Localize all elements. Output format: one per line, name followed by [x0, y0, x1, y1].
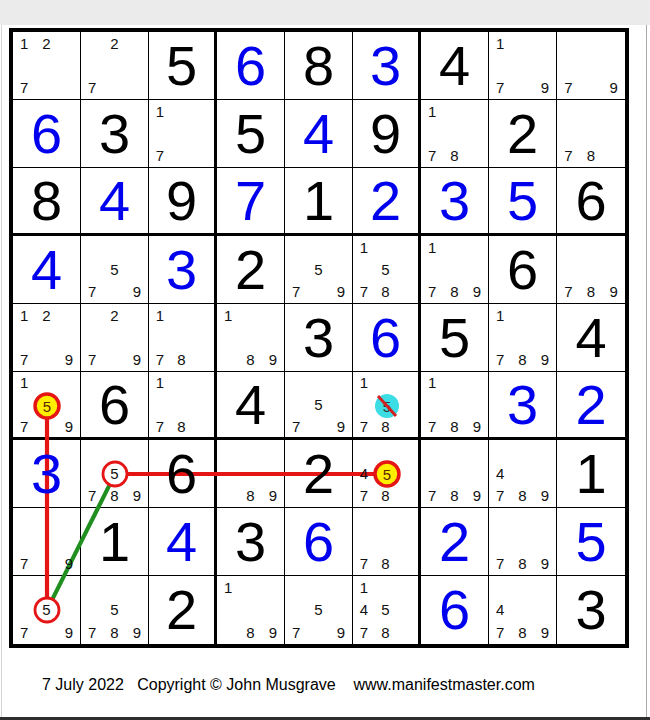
- cell-r8c8[interactable]: 789: [489, 508, 557, 576]
- candidate-8: 8: [239, 485, 261, 507]
- candidate-8: 8: [375, 485, 397, 507]
- solved-digit: 3: [31, 446, 62, 502]
- cell-r1c5[interactable]: 8: [285, 32, 353, 100]
- cell-r1c9[interactable]: 79: [557, 32, 625, 100]
- candidate-7: 7: [353, 281, 375, 303]
- solved-digit: 3: [166, 242, 197, 298]
- candidate-5: 5: [103, 258, 125, 280]
- candidate-1: 1: [353, 576, 375, 599]
- candidate-grid: 579: [285, 372, 352, 437]
- cell-r6c3[interactable]: 178: [149, 372, 217, 440]
- cell-r3c7[interactable]: 3: [421, 168, 489, 236]
- given-digit: 6: [507, 242, 538, 298]
- candidate-grid: 127: [13, 32, 80, 99]
- candidate-5: 5: [307, 258, 329, 280]
- given-digit: 8: [303, 38, 334, 94]
- cell-r8c3[interactable]: 4: [149, 508, 217, 576]
- cell-r2c9[interactable]: 78: [557, 100, 625, 168]
- given-digit: 6: [575, 173, 606, 229]
- candidate-1: 1: [217, 304, 239, 326]
- candidate-grid: 14578: [353, 576, 418, 644]
- candidate-7: 7: [13, 415, 35, 437]
- cell-r6c9[interactable]: 2: [557, 372, 625, 440]
- candidate-grid: 1789: [421, 236, 488, 303]
- candidate-grid: 78: [353, 508, 418, 575]
- candidate-grid: 79: [557, 32, 625, 99]
- cell-r1c2[interactable]: 27: [81, 32, 149, 100]
- candidate-9: 9: [126, 349, 148, 371]
- cell-r7c3[interactable]: 6: [149, 440, 217, 508]
- cell-r7c7[interactable]: 789: [421, 440, 489, 508]
- candidate-4: 4: [489, 599, 511, 622]
- cell-r1c1[interactable]: 127: [13, 32, 81, 100]
- solved-digit: 7: [235, 173, 266, 229]
- candidate-7: 7: [557, 145, 580, 167]
- given-digit: 2: [235, 242, 266, 298]
- cell-r6c2[interactable]: 6: [81, 372, 149, 440]
- candidate-7: 7: [489, 621, 511, 644]
- candidate-grid: 189: [217, 576, 284, 644]
- candidate-9: 9: [466, 485, 488, 507]
- candidate-7: 7: [149, 145, 171, 167]
- candidate-9: 9: [126, 281, 148, 303]
- candidate-7: 7: [489, 485, 511, 507]
- candidate-9: 9: [534, 621, 556, 644]
- cell-r7c6[interactable]: 4578: [353, 440, 421, 508]
- solved-digit: 2: [575, 377, 606, 433]
- cell-r3c3[interactable]: 9: [149, 168, 217, 236]
- candidate-grid: 279: [81, 304, 148, 371]
- given-digit: 2: [166, 582, 197, 638]
- candidate-9: 9: [58, 621, 80, 644]
- candidate-9: 9: [534, 553, 556, 575]
- candidate-8: 8: [375, 415, 397, 437]
- candidate-7: 7: [149, 415, 171, 437]
- cell-r5c1[interactable]: 1279: [13, 304, 81, 372]
- candidate-1: 1: [353, 236, 375, 258]
- cell-r9c2[interactable]: 5789: [81, 576, 149, 644]
- cell-r3c8[interactable]: 5: [489, 168, 557, 236]
- solved-digit: 6: [31, 106, 62, 162]
- cell-r7c1[interactable]: 3: [13, 440, 81, 508]
- solved-digit: 4: [99, 173, 130, 229]
- given-digit: 3: [575, 582, 606, 638]
- cell-r8c5[interactable]: 6: [285, 508, 353, 576]
- candidate-8: 8: [103, 485, 125, 507]
- cell-r7c9[interactable]: 1: [557, 440, 625, 508]
- cell-r6c6[interactable]: 1578: [353, 372, 421, 440]
- cell-r1c3[interactable]: 5: [149, 32, 217, 100]
- solved-digit: 4: [31, 242, 62, 298]
- given-digit: 2: [303, 446, 334, 502]
- solved-digit: 6: [370, 310, 401, 366]
- candidate-5: 5: [375, 462, 397, 484]
- candidate-1: 1: [149, 304, 171, 326]
- solved-digit: 6: [439, 582, 470, 638]
- candidate-7: 7: [285, 415, 307, 437]
- cell-r8c6[interactable]: 78: [353, 508, 421, 576]
- cell-r3c4[interactable]: 7: [217, 168, 285, 236]
- given-digit: 5: [235, 106, 266, 162]
- cell-r5c2[interactable]: 279: [81, 304, 149, 372]
- candidate-2: 2: [35, 304, 57, 326]
- candidate-7: 7: [285, 281, 307, 303]
- given-digit: 9: [370, 106, 401, 162]
- candidate-7: 7: [149, 349, 171, 371]
- cell-r4c8[interactable]: 6: [489, 236, 557, 304]
- candidate-8: 8: [580, 281, 603, 303]
- candidate-5: 5: [35, 599, 57, 622]
- cell-r4c5[interactable]: 579: [285, 236, 353, 304]
- candidate-1: 1: [217, 576, 239, 599]
- candidate-grid: 579: [285, 576, 352, 644]
- candidate-5: 5: [375, 258, 397, 280]
- cell-r6c8[interactable]: 3: [489, 372, 557, 440]
- cell-r2c6[interactable]: 9: [353, 100, 421, 168]
- candidate-8: 8: [443, 415, 465, 437]
- candidate-grid: 789: [557, 236, 625, 303]
- cell-r6c7[interactable]: 1789: [421, 372, 489, 440]
- candidate-grid: 5789: [81, 576, 148, 644]
- cell-r3c1[interactable]: 8: [13, 168, 81, 236]
- candidate-8: 8: [511, 485, 533, 507]
- candidate-9: 9: [262, 621, 284, 644]
- candidate-9: 9: [262, 349, 284, 371]
- candidate-grid: 1789: [421, 372, 488, 437]
- candidate-8: 8: [443, 281, 465, 303]
- candidate-1: 1: [13, 372, 35, 394]
- page-right-border: [646, 25, 647, 720]
- candidate-9: 9: [58, 553, 80, 575]
- candidate-grid: 1789: [489, 304, 556, 371]
- cell-r1c8[interactable]: 179: [489, 32, 557, 100]
- candidate-5: 5: [375, 394, 397, 416]
- candidate-1: 1: [421, 100, 443, 122]
- candidate-grid: 4789: [489, 440, 556, 507]
- cell-r9c1[interactable]: 579: [13, 576, 81, 644]
- candidate-9: 9: [534, 485, 556, 507]
- candidate-grid: 189: [217, 304, 284, 371]
- cell-r3c6[interactable]: 2: [353, 168, 421, 236]
- given-digit: 5: [166, 38, 197, 94]
- candidate-grid: 1579: [13, 372, 80, 437]
- candidate-7: 7: [13, 621, 35, 644]
- candidate-1: 1: [13, 32, 35, 54]
- candidate-7: 7: [353, 415, 375, 437]
- candidate-9: 9: [126, 485, 148, 507]
- solved-digit: 3: [370, 38, 401, 94]
- cell-r9c7[interactable]: 6: [421, 576, 489, 644]
- candidate-grid: 579: [285, 236, 352, 303]
- candidate-1: 1: [13, 304, 35, 326]
- candidate-5: 5: [375, 599, 397, 622]
- cell-r9c8[interactable]: 4789: [489, 576, 557, 644]
- given-digit: 3: [303, 310, 334, 366]
- candidate-7: 7: [81, 485, 103, 507]
- cell-r8c4[interactable]: 3: [217, 508, 285, 576]
- candidate-9: 9: [58, 415, 80, 437]
- solved-digit: 5: [575, 514, 606, 570]
- candidate-grid: 178: [421, 100, 488, 167]
- candidate-7: 7: [81, 349, 103, 371]
- cell-r8c7[interactable]: 2: [421, 508, 489, 576]
- cell-r1c7[interactable]: 4: [421, 32, 489, 100]
- solved-digit: 3: [507, 377, 538, 433]
- candidate-7: 7: [421, 415, 443, 437]
- page-top-strip: [0, 0, 650, 25]
- given-digit: 3: [99, 106, 130, 162]
- candidate-grid: 579: [13, 576, 80, 644]
- candidate-2: 2: [103, 32, 125, 54]
- cell-r9c4[interactable]: 189: [217, 576, 285, 644]
- solved-digit: 4: [166, 514, 197, 570]
- cell-r6c4[interactable]: 4: [217, 372, 285, 440]
- candidate-4: 4: [353, 599, 375, 622]
- caption-text: 7 July 2022 Copyright © John Musgrave ww…: [42, 676, 535, 694]
- candidate-8: 8: [103, 621, 125, 644]
- candidate-grid: 178: [149, 372, 214, 437]
- candidate-5: 5: [307, 599, 329, 622]
- candidate-8: 8: [443, 485, 465, 507]
- cell-r3c9[interactable]: 6: [557, 168, 625, 236]
- cell-r3c2[interactable]: 4: [81, 168, 149, 236]
- cell-r5c3[interactable]: 178: [149, 304, 217, 372]
- candidate-1: 1: [149, 100, 171, 122]
- candidate-7: 7: [421, 145, 443, 167]
- candidate-9: 9: [534, 77, 556, 99]
- candidate-5: 5: [103, 462, 125, 484]
- candidate-9: 9: [58, 349, 80, 371]
- solved-digit: 2: [370, 173, 401, 229]
- cell-r2c3[interactable]: 17: [149, 100, 217, 168]
- candidate-7: 7: [81, 621, 103, 644]
- candidate-9: 9: [330, 415, 352, 437]
- candidate-1: 1: [353, 372, 375, 394]
- candidate-9: 9: [466, 415, 488, 437]
- candidate-7: 7: [489, 349, 511, 371]
- candidate-grid: 1578: [353, 236, 418, 303]
- candidate-5: 5: [307, 394, 329, 416]
- candidate-7: 7: [557, 77, 580, 99]
- candidate-grid: 179: [489, 32, 556, 99]
- cell-r8c2[interactable]: 1: [81, 508, 149, 576]
- candidate-9: 9: [466, 281, 488, 303]
- cell-r7c4[interactable]: 89: [217, 440, 285, 508]
- cell-r4c3[interactable]: 3: [149, 236, 217, 304]
- candidate-grid: 579: [81, 236, 148, 303]
- cell-r5c7[interactable]: 5: [421, 304, 489, 372]
- cell-r6c5[interactable]: 579: [285, 372, 353, 440]
- candidate-1: 1: [489, 32, 511, 54]
- given-digit: 4: [439, 38, 470, 94]
- candidate-1: 1: [421, 372, 443, 394]
- solved-digit: 2: [439, 514, 470, 570]
- cell-r5c4[interactable]: 189: [217, 304, 285, 372]
- candidate-grid: 78: [557, 100, 625, 167]
- solved-digit: 6: [303, 514, 334, 570]
- candidate-grid: 789: [489, 508, 556, 575]
- candidate-grid: 789: [421, 440, 488, 507]
- solved-digit: 6: [235, 38, 266, 94]
- candidate-7: 7: [421, 485, 443, 507]
- given-digit: 3: [235, 514, 266, 570]
- cell-r7c5[interactable]: 2: [285, 440, 353, 508]
- cell-r2c4[interactable]: 5: [217, 100, 285, 168]
- candidate-grid: 1578: [353, 372, 418, 437]
- candidate-grid: 17: [149, 100, 214, 167]
- cell-r9c5[interactable]: 579: [285, 576, 353, 644]
- cell-r2c7[interactable]: 178: [421, 100, 489, 168]
- cell-r2c8[interactable]: 2: [489, 100, 557, 168]
- candidate-8: 8: [239, 621, 261, 644]
- candidate-7: 7: [489, 553, 511, 575]
- candidate-9: 9: [330, 281, 352, 303]
- solved-digit: 4: [303, 106, 334, 162]
- given-digit: 4: [235, 377, 266, 433]
- candidate-8: 8: [375, 281, 397, 303]
- cell-r1c6[interactable]: 3: [353, 32, 421, 100]
- candidate-7: 7: [421, 281, 443, 303]
- cell-r2c5[interactable]: 4: [285, 100, 353, 168]
- cell-r5c5[interactable]: 3: [285, 304, 353, 372]
- candidate-9: 9: [330, 621, 352, 644]
- candidate-grid: 79: [13, 508, 80, 575]
- candidate-grid: 27: [81, 32, 148, 99]
- cell-r8c9[interactable]: 5: [557, 508, 625, 576]
- cell-r4c2[interactable]: 579: [81, 236, 149, 304]
- candidate-7: 7: [81, 77, 103, 99]
- given-digit: 9: [166, 173, 197, 229]
- candidate-8: 8: [580, 145, 603, 167]
- cell-r7c8[interactable]: 4789: [489, 440, 557, 508]
- cell-r9c9[interactable]: 3: [557, 576, 625, 644]
- candidate-grid: 1279: [13, 304, 80, 371]
- candidate-1: 1: [489, 304, 511, 326]
- cell-r5c9[interactable]: 4: [557, 304, 625, 372]
- candidate-5: 5: [103, 599, 125, 622]
- candidate-7: 7: [13, 349, 35, 371]
- cell-r4c7[interactable]: 1789: [421, 236, 489, 304]
- candidate-1: 1: [421, 236, 443, 258]
- cell-r4c4[interactable]: 2: [217, 236, 285, 304]
- cell-r1c4[interactable]: 6: [217, 32, 285, 100]
- given-digit: 1: [303, 173, 334, 229]
- candidate-8: 8: [375, 553, 397, 575]
- cell-r4c6[interactable]: 1578: [353, 236, 421, 304]
- candidate-8: 8: [375, 621, 397, 644]
- candidate-4: 4: [353, 462, 375, 484]
- candidate-9: 9: [262, 485, 284, 507]
- candidate-7: 7: [81, 281, 103, 303]
- candidate-7: 7: [353, 621, 375, 644]
- candidate-7: 7: [13, 553, 35, 575]
- solved-digit: 5: [507, 173, 538, 229]
- cell-r4c1[interactable]: 4: [13, 236, 81, 304]
- cell-r4c9[interactable]: 789: [557, 236, 625, 304]
- candidate-8: 8: [511, 349, 533, 371]
- cell-r9c3[interactable]: 2: [149, 576, 217, 644]
- given-digit: 1: [575, 446, 606, 502]
- given-digit: 8: [31, 173, 62, 229]
- given-digit: 2: [507, 106, 538, 162]
- cell-r2c2[interactable]: 3: [81, 100, 149, 168]
- candidate-9: 9: [126, 621, 148, 644]
- given-digit: 6: [166, 446, 197, 502]
- candidate-8: 8: [171, 415, 193, 437]
- candidate-7: 7: [285, 621, 307, 644]
- candidate-7: 7: [353, 553, 375, 575]
- candidate-grid: 4578: [353, 440, 418, 507]
- given-digit: 4: [575, 310, 606, 366]
- cell-r3c5[interactable]: 1: [285, 168, 353, 236]
- cell-r7c2[interactable]: 5789: [81, 440, 149, 508]
- candidate-8: 8: [443, 145, 465, 167]
- cell-r6c1[interactable]: 1579: [13, 372, 81, 440]
- candidate-7: 7: [489, 77, 511, 99]
- candidate-5: 5: [35, 394, 57, 416]
- candidate-8: 8: [511, 621, 533, 644]
- candidate-8: 8: [239, 349, 261, 371]
- candidate-8: 8: [171, 349, 193, 371]
- candidate-4: 4: [489, 462, 511, 484]
- cell-r5c6[interactable]: 6: [353, 304, 421, 372]
- candidate-2: 2: [103, 304, 125, 326]
- sudoku-board: 555 127275683417979631754917827884971235…: [9, 28, 629, 648]
- candidate-9: 9: [534, 349, 556, 371]
- page-left-border: [1, 25, 2, 720]
- candidate-8: 8: [511, 553, 533, 575]
- candidate-grid: 5789: [81, 440, 148, 507]
- candidate-7: 7: [353, 485, 375, 507]
- cell-r9c6[interactable]: 14578: [353, 576, 421, 644]
- candidate-9: 9: [602, 77, 625, 99]
- solved-digit: 3: [439, 173, 470, 229]
- candidate-grid: 178: [149, 304, 214, 371]
- candidate-2: 2: [35, 32, 57, 54]
- given-digit: 1: [99, 514, 130, 570]
- candidate-7: 7: [13, 77, 35, 99]
- candidate-7: 7: [557, 281, 580, 303]
- candidate-grid: 89: [217, 440, 284, 507]
- cell-r2c1[interactable]: 6: [13, 100, 81, 168]
- cell-r8c1[interactable]: 79: [13, 508, 81, 576]
- given-digit: 6: [99, 377, 130, 433]
- given-digit: 5: [439, 310, 470, 366]
- cell-r5c8[interactable]: 1789: [489, 304, 557, 372]
- candidate-9: 9: [602, 281, 625, 303]
- candidate-grid: 4789: [489, 576, 556, 644]
- candidate-1: 1: [149, 372, 171, 394]
